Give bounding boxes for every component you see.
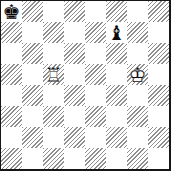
square-g2[interactable] [127,127,148,148]
square-d3[interactable] [64,106,85,127]
square-h7[interactable] [148,22,169,43]
black-king: ♚ [1,1,22,22]
square-a6[interactable] [1,43,22,64]
square-f7[interactable]: ♝ [106,22,127,43]
square-a4[interactable] [1,85,22,106]
square-d1[interactable] [64,148,85,169]
square-a3[interactable] [1,106,22,127]
square-g5[interactable]: ♚♔ [127,64,148,85]
square-f5[interactable] [106,64,127,85]
square-b1[interactable] [22,148,43,169]
square-c3[interactable] [43,106,64,127]
square-d2[interactable] [64,127,85,148]
square-b2[interactable] [22,127,43,148]
square-c1[interactable] [43,148,64,169]
square-h5[interactable] [148,64,169,85]
square-c5[interactable]: ♜♖ [43,64,64,85]
square-g7[interactable] [127,22,148,43]
square-f4[interactable] [106,85,127,106]
square-f1[interactable] [106,148,127,169]
square-d7[interactable] [64,22,85,43]
square-f8[interactable] [106,1,127,22]
square-c7[interactable] [43,22,64,43]
square-e2[interactable] [85,127,106,148]
square-h6[interactable] [148,43,169,64]
square-g4[interactable] [127,85,148,106]
square-f6[interactable] [106,43,127,64]
white-king-fill: ♚ [127,64,148,85]
square-g1[interactable] [127,148,148,169]
square-c2[interactable] [43,127,64,148]
square-d5[interactable] [64,64,85,85]
square-h1[interactable] [148,148,169,169]
black-bishop: ♝ [106,22,127,43]
white-king: ♔ [127,64,148,85]
chess-board: ♚♝♜♖♚♔ [1,1,169,169]
square-a1[interactable] [1,148,22,169]
square-a8[interactable]: ♚ [1,1,22,22]
square-a5[interactable] [1,64,22,85]
square-d4[interactable] [64,85,85,106]
square-b5[interactable] [22,64,43,85]
square-g8[interactable] [127,1,148,22]
square-h3[interactable] [148,106,169,127]
square-e4[interactable] [85,85,106,106]
square-a2[interactable] [1,127,22,148]
square-c6[interactable] [43,43,64,64]
square-e6[interactable] [85,43,106,64]
square-d6[interactable] [64,43,85,64]
square-h4[interactable] [148,85,169,106]
square-f3[interactable] [106,106,127,127]
square-h8[interactable] [148,1,169,22]
square-a7[interactable] [1,22,22,43]
square-h2[interactable] [148,127,169,148]
square-b7[interactable] [22,22,43,43]
white-rook: ♖ [43,64,64,85]
square-e1[interactable] [85,148,106,169]
square-d8[interactable] [64,1,85,22]
white-rook-fill: ♜ [43,64,64,85]
square-g6[interactable] [127,43,148,64]
square-e7[interactable] [85,22,106,43]
square-e5[interactable] [85,64,106,85]
square-b3[interactable] [22,106,43,127]
chess-board-frame: ♚♝♜♖♚♔ [0,0,171,171]
square-e3[interactable] [85,106,106,127]
square-e8[interactable] [85,1,106,22]
square-g3[interactable] [127,106,148,127]
square-b6[interactable] [22,43,43,64]
square-b8[interactable] [22,1,43,22]
square-c8[interactable] [43,1,64,22]
square-c4[interactable] [43,85,64,106]
square-f2[interactable] [106,127,127,148]
square-b4[interactable] [22,85,43,106]
